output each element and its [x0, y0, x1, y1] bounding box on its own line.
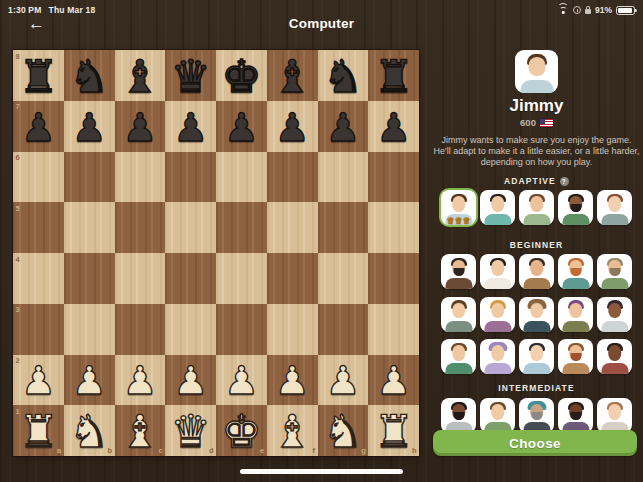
piece-white-pawn[interactable]: ♟ [72, 361, 107, 400]
square-a6[interactable]: 6 [13, 152, 64, 203]
square-b2[interactable]: ♟ [64, 355, 115, 406]
square-c7[interactable]: ♟ [115, 101, 166, 152]
bot-avatar-1-8[interactable] [558, 297, 593, 332]
piece-white-knight[interactable]: ♞ [69, 409, 109, 454]
square-d7[interactable]: ♟ [165, 101, 216, 152]
square-b8[interactable]: ♞ [64, 50, 115, 101]
crown-icon: ♛ [463, 216, 471, 225]
rank-label-4: 4 [16, 255, 20, 264]
square-b1[interactable]: b♞ [64, 405, 115, 456]
bot-avatar-1-11[interactable] [480, 339, 515, 374]
section-header-beginner: BEGINNER [510, 241, 564, 250]
piece-black-queen[interactable]: ♛ [170, 54, 210, 99]
piece-black-bishop[interactable]: ♝ [272, 54, 312, 99]
square-e8[interactable]: ♚ [216, 50, 267, 101]
square-h6[interactable] [368, 152, 419, 203]
square-e5[interactable] [216, 202, 267, 253]
section-label: BEGINNER [510, 241, 564, 250]
piece-black-pawn[interactable]: ♟ [72, 108, 107, 147]
square-g2[interactable]: ♟ [318, 355, 369, 406]
bot-avatar-illustration [519, 297, 554, 332]
bot-avatar-illustration [519, 254, 554, 289]
square-d8[interactable]: ♛ [165, 50, 216, 101]
crown-icon: ♛ [454, 216, 462, 225]
square-h1[interactable]: h♜ [368, 405, 419, 456]
question-icon[interactable]: ? [560, 177, 569, 186]
piece-white-pawn[interactable]: ♟ [376, 361, 411, 400]
bot-avatar-illustration [441, 254, 476, 289]
piece-white-pawn[interactable]: ♟ [122, 361, 157, 400]
bot-avatar-1-10[interactable] [441, 339, 476, 374]
square-d1[interactable]: d♛ [165, 405, 216, 456]
bot-avatar-0-2[interactable] [519, 190, 554, 225]
piece-white-pawn[interactable]: ♟ [21, 361, 56, 400]
computer-game-screen: 1:30 PM Thu Mar 18 91% ← Computer 8♜♞♝♛♚… [0, 0, 643, 482]
rank-label-5: 5 [16, 204, 20, 213]
bot-avatar-illustration [597, 339, 632, 374]
piece-black-rook[interactable]: ♜ [373, 54, 413, 99]
square-d5[interactable] [165, 202, 216, 253]
piece-black-pawn[interactable]: ♟ [224, 108, 259, 147]
piece-black-pawn[interactable]: ♟ [173, 108, 208, 147]
square-h4[interactable] [368, 253, 419, 304]
bot-description: Jimmy wants to make sure you enjoy the g… [434, 135, 640, 168]
bot-rating: 600 [520, 118, 536, 128]
bot-sidebar: Jimmy 600 Jimmy wants to make sure you e… [430, 40, 643, 433]
bot-avatar-illustration [480, 339, 515, 374]
square-c3[interactable] [115, 304, 166, 355]
avatar-grid-intermediate [441, 398, 632, 433]
square-e4[interactable] [216, 253, 267, 304]
square-c8[interactable]: ♝ [115, 50, 166, 101]
bot-name: Jimmy [510, 97, 564, 114]
bot-avatar-1-12[interactable] [519, 339, 554, 374]
square-c2[interactable]: ♟ [115, 355, 166, 406]
piece-black-rook[interactable]: ♜ [18, 54, 58, 99]
square-e3[interactable] [216, 304, 267, 355]
square-a3[interactable]: 3 [13, 304, 64, 355]
piece-black-pawn[interactable]: ♟ [325, 108, 360, 147]
square-a7[interactable]: 7♟ [13, 101, 64, 152]
square-d3[interactable] [165, 304, 216, 355]
bot-avatar-2-1[interactable] [480, 398, 515, 433]
piece-white-pawn[interactable]: ♟ [224, 361, 259, 400]
square-f2[interactable]: ♟ [267, 355, 318, 406]
page-title: Computer [0, 16, 643, 31]
section-header-adaptive: ADAPTIVE? [504, 177, 569, 186]
bot-avatar-1-13[interactable] [558, 339, 593, 374]
square-h7[interactable]: ♟ [368, 101, 419, 152]
adaptive-crowns: ♛♛♛ [441, 216, 476, 225]
bot-avatar-illustration [597, 190, 632, 225]
piece-white-king[interactable]: ♚ [221, 409, 261, 454]
piece-black-knight[interactable]: ♞ [323, 54, 363, 99]
square-a5[interactable]: 5 [13, 202, 64, 253]
square-c5[interactable] [115, 202, 166, 253]
bot-avatar-0-3[interactable] [558, 190, 593, 225]
bot-avatar-illustration [597, 398, 632, 433]
bot-avatar-illustration [519, 398, 554, 433]
avatar-grid-beginner [441, 254, 632, 374]
bot-avatar-illustration [558, 297, 593, 332]
piece-white-knight[interactable]: ♞ [323, 409, 363, 454]
bot-avatar-illustration [441, 398, 476, 433]
bot-avatar-illustration [597, 254, 632, 289]
square-e7[interactable]: ♟ [216, 101, 267, 152]
square-h5[interactable] [368, 202, 419, 253]
square-f6[interactable] [267, 152, 318, 203]
bot-avatar-1-5[interactable] [441, 297, 476, 332]
bot-avatar-2-3[interactable] [558, 398, 593, 433]
square-h8[interactable]: ♜ [368, 50, 419, 101]
square-c1[interactable]: c♝ [115, 405, 166, 456]
square-f5[interactable] [267, 202, 318, 253]
bot-avatar-1-3[interactable] [558, 254, 593, 289]
square-c6[interactable] [115, 152, 166, 203]
square-g3[interactable] [318, 304, 369, 355]
bot-avatar-illustration [519, 339, 554, 374]
piece-black-pawn[interactable]: ♟ [376, 108, 411, 147]
piece-black-king[interactable]: ♚ [221, 54, 261, 99]
square-a8[interactable]: 8♜ [13, 50, 64, 101]
file-label-f: f [313, 446, 316, 455]
bot-avatar-illustration [480, 398, 515, 433]
bot-sections: ADAPTIVE?♛♛♛BEGINNERINTERMEDIATE [441, 168, 632, 433]
square-a2[interactable]: 2♟ [13, 355, 64, 406]
piece-white-pawn[interactable]: ♟ [275, 361, 310, 400]
bot-avatar-1-0[interactable] [441, 254, 476, 289]
square-f3[interactable] [267, 304, 318, 355]
piece-black-pawn[interactable]: ♟ [21, 108, 56, 147]
bot-avatar-illustration [558, 398, 593, 433]
bot-avatar-illustration [441, 297, 476, 332]
section-header-intermediate: INTERMEDIATE [498, 384, 574, 393]
square-b5[interactable] [64, 202, 115, 253]
bot-avatar-1-1[interactable] [480, 254, 515, 289]
square-a4[interactable]: 4 [13, 253, 64, 304]
square-d2[interactable]: ♟ [165, 355, 216, 406]
piece-black-bishop[interactable]: ♝ [120, 54, 160, 99]
square-g8[interactable]: ♞ [318, 50, 369, 101]
choose-button[interactable]: Choose [433, 430, 637, 456]
bot-avatar-illustration [519, 190, 554, 225]
piece-black-pawn[interactable]: ♟ [275, 108, 310, 147]
square-b3[interactable] [64, 304, 115, 355]
square-e2[interactable]: ♟ [216, 355, 267, 406]
square-e1[interactable]: e♚ [216, 405, 267, 456]
square-g5[interactable] [318, 202, 369, 253]
piece-white-rook[interactable]: ♜ [373, 409, 413, 454]
square-b6[interactable] [64, 152, 115, 203]
bot-avatar-illustration [558, 190, 593, 225]
bot-avatar-illustration [480, 297, 515, 332]
square-f7[interactable]: ♟ [267, 101, 318, 152]
bot-avatar-illustration [558, 339, 593, 374]
square-g6[interactable] [318, 152, 369, 203]
square-a1[interactable]: 1a♜ [13, 405, 64, 456]
piece-white-pawn[interactable]: ♟ [325, 361, 360, 400]
avatar-grid-adaptive: ♛♛♛ [441, 190, 632, 225]
square-g1[interactable]: g♞ [318, 405, 369, 456]
bot-avatar-1-2[interactable] [519, 254, 554, 289]
bot-avatar-0-1[interactable] [480, 190, 515, 225]
crown-icon: ♛ [446, 216, 454, 225]
section-label: ADAPTIVE [504, 177, 556, 186]
bot-avatar-illustration [480, 190, 515, 225]
bot-avatar-illustration [480, 254, 515, 289]
bot-avatar-illustration [441, 339, 476, 374]
bot-avatar-1-7[interactable] [519, 297, 554, 332]
square-b7[interactable]: ♟ [64, 101, 115, 152]
square-h3[interactable] [368, 304, 419, 355]
bot-portrait-illustration [515, 50, 558, 93]
rank-label-6: 6 [16, 153, 20, 162]
bot-avatar-0-4[interactable] [597, 190, 632, 225]
bot-avatar-2-4[interactable] [597, 398, 632, 433]
square-h2[interactable]: ♟ [368, 355, 419, 406]
square-d6[interactable] [165, 152, 216, 203]
square-b4[interactable] [64, 253, 115, 304]
rank-label-3: 3 [16, 305, 20, 314]
square-f1[interactable]: f♝ [267, 405, 318, 456]
bot-avatar-selected[interactable]: ♛♛♛ [441, 190, 476, 225]
bot-avatar-1-6[interactable] [480, 297, 515, 332]
piece-white-queen[interactable]: ♛ [170, 409, 210, 454]
piece-white-bishop[interactable]: ♝ [120, 409, 160, 454]
bot-avatar-illustration [558, 254, 593, 289]
piece-black-knight[interactable]: ♞ [69, 54, 109, 99]
square-e6[interactable] [216, 152, 267, 203]
bot-avatar-1-4[interactable] [597, 254, 632, 289]
bot-avatar-2-0[interactable] [441, 398, 476, 433]
square-g7[interactable]: ♟ [318, 101, 369, 152]
piece-black-pawn[interactable]: ♟ [122, 108, 157, 147]
bot-rating-row: 600 [520, 118, 553, 128]
square-c4[interactable] [115, 253, 166, 304]
piece-white-bishop[interactable]: ♝ [272, 409, 312, 454]
rank-label-2: 2 [16, 356, 20, 365]
home-indicator[interactable] [240, 469, 403, 474]
chess-board: 8♜♞♝♛♚♝♞♜7♟♟♟♟♟♟♟♟65432♟♟♟♟♟♟♟♟1a♜b♞c♝d♛… [13, 50, 419, 456]
us-flag-icon [540, 119, 553, 127]
bot-avatar-2-2[interactable] [519, 398, 554, 433]
square-f8[interactable]: ♝ [267, 50, 318, 101]
square-f4[interactable] [267, 253, 318, 304]
piece-white-rook[interactable]: ♜ [18, 409, 58, 454]
nav-bar: ← Computer [0, 12, 643, 38]
section-label: INTERMEDIATE [498, 384, 574, 393]
bot-avatar-1-14[interactable] [597, 339, 632, 374]
square-d4[interactable] [165, 253, 216, 304]
bot-avatar-illustration [597, 297, 632, 332]
square-g4[interactable] [318, 253, 369, 304]
selected-bot-portrait [515, 50, 558, 93]
piece-white-pawn[interactable]: ♟ [173, 361, 208, 400]
bot-avatar-1-9[interactable] [597, 297, 632, 332]
rank-label-7: 7 [16, 102, 20, 111]
